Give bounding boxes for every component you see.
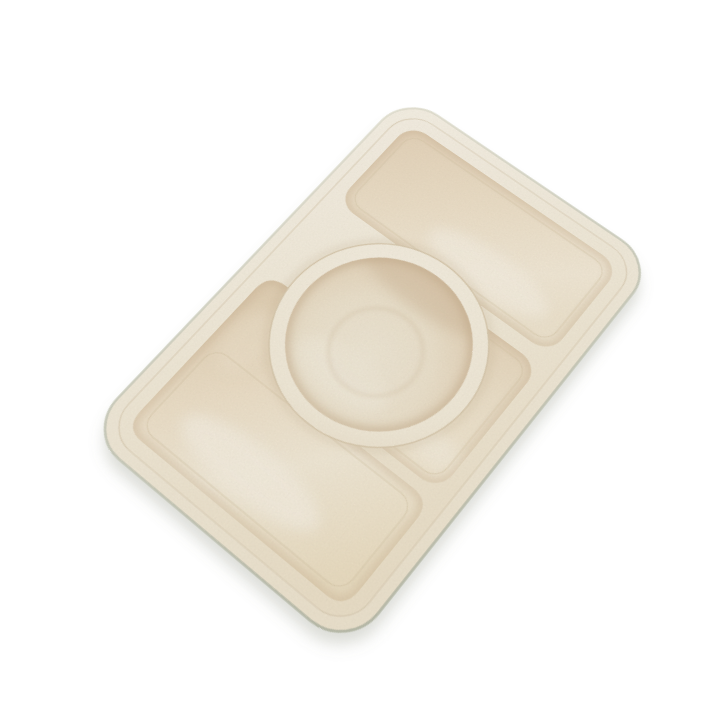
tray-3d-wrap: Empty 4-compartment disposable food tray…: [85, 94, 657, 653]
tray-illustration: Empty 4-compartment disposable food tray…: [85, 94, 657, 653]
product-photo: Empty 4-compartment disposable food tray…: [0, 0, 720, 720]
